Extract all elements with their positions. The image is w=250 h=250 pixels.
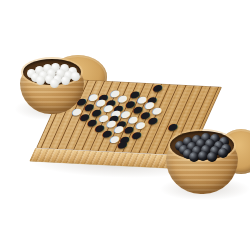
go-stone-black: ● [166, 122, 180, 131]
go-stone-white: ● [151, 106, 165, 115]
white-stone-in-bowl [71, 72, 80, 81]
go-stone-white: ● [134, 120, 148, 129]
black-stone-in-bowl [218, 148, 228, 158]
black-bowl-stones [170, 131, 234, 160]
white-stone-in-bowl [36, 76, 45, 85]
go-set-photo: ●●●●●●●●●●●●●●●●●●●●●●●●●●●●●●●●●●●●●●●●… [0, 0, 250, 250]
go-stone-black: ● [115, 140, 129, 149]
go-stone-black: ● [151, 83, 165, 92]
white-stone-in-bowl [61, 76, 70, 85]
black-stone-in-bowl [207, 152, 217, 162]
white-stone-in-bowl [50, 79, 59, 88]
white-bowl-stones [23, 59, 81, 85]
go-stone-black: ● [130, 130, 144, 139]
go-stone-black: ● [146, 116, 160, 125]
